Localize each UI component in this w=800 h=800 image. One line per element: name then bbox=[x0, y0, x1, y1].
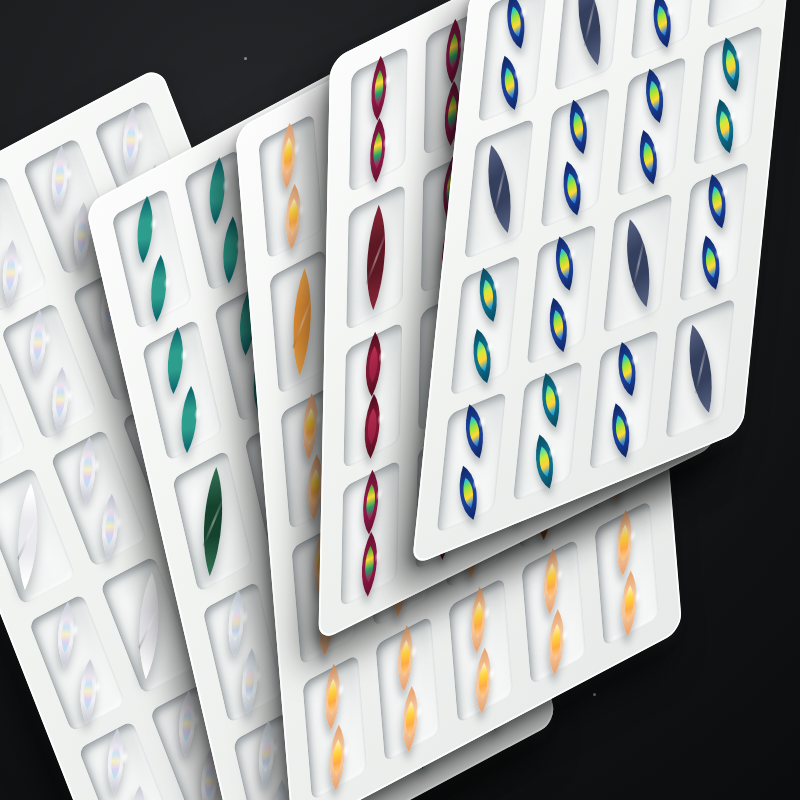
rhinestone-white-opal-ab bbox=[17, 310, 58, 376]
matte-back-ridge bbox=[366, 231, 386, 284]
specular-glint bbox=[482, 602, 493, 622]
specular-glint bbox=[0, 423, 4, 443]
specular-glint bbox=[336, 679, 347, 699]
rhinestone-blue-ab bbox=[687, 223, 734, 303]
tray-slot bbox=[258, 113, 323, 260]
specular-glint bbox=[292, 138, 303, 158]
matte-back-ridge bbox=[292, 296, 312, 348]
tray-slot bbox=[343, 321, 402, 469]
tray-slot bbox=[341, 459, 400, 607]
tray-slot bbox=[594, 500, 659, 647]
specular-glint bbox=[162, 272, 173, 292]
specular-glint bbox=[297, 199, 308, 219]
rhinestone-peach-opal-ab bbox=[391, 680, 430, 759]
specular-glint bbox=[373, 546, 384, 566]
tray-slot bbox=[202, 581, 283, 724]
specular-glint bbox=[560, 624, 571, 644]
specular-glint bbox=[149, 213, 160, 233]
tray-slot bbox=[464, 118, 534, 260]
tray-slot bbox=[617, 55, 687, 197]
matte-back-ridge bbox=[694, 344, 706, 393]
stone-body bbox=[281, 268, 323, 376]
specular-glint bbox=[193, 403, 204, 423]
stone-body bbox=[127, 572, 171, 679]
specular-glint bbox=[91, 455, 102, 475]
rhinestone-blue-ab bbox=[597, 391, 644, 471]
rhinestone-peach-opal-ab bbox=[537, 602, 576, 681]
rhinestone-white-opal-ab bbox=[68, 658, 109, 724]
rhinestone-white-opal-ab bbox=[40, 367, 81, 433]
rhinestone-white-opal-ab bbox=[45, 601, 86, 667]
matte-back-ridge bbox=[17, 513, 38, 559]
rhinestone-teal-green-ab bbox=[701, 86, 748, 166]
rhinestone-blue-ab bbox=[535, 285, 582, 365]
stone-body bbox=[679, 325, 722, 413]
rhinestone-green-vitrail-ab bbox=[169, 383, 209, 456]
rhinestone-montana-navy-matte-back bbox=[607, 204, 668, 323]
stone-body bbox=[568, 0, 611, 65]
tray-slot bbox=[554, 0, 624, 92]
rhinestone-montana-navy-matte-back bbox=[670, 309, 731, 428]
rhinestone-peach-opal-ab bbox=[318, 718, 357, 797]
tray-slot bbox=[437, 391, 507, 533]
tray-slot bbox=[603, 192, 673, 334]
tray-slot bbox=[450, 254, 520, 396]
specular-glint bbox=[70, 620, 81, 640]
rhinestone-blue-ab bbox=[639, 0, 686, 60]
stone-body bbox=[354, 204, 396, 310]
specular-glint bbox=[382, 70, 393, 90]
rhinestone-white-opal-ab bbox=[117, 785, 158, 800]
rhinestone-peach-opal-ab bbox=[464, 641, 503, 720]
specular-glint bbox=[409, 641, 420, 661]
rhinestone-montana-navy-matte-back bbox=[559, 0, 620, 80]
specular-glint bbox=[253, 665, 264, 685]
specular-glint bbox=[376, 408, 387, 428]
dust-speck bbox=[593, 693, 596, 696]
matte-back-ridge bbox=[138, 603, 159, 649]
specular-glint bbox=[92, 677, 103, 697]
specular-glint bbox=[240, 607, 251, 627]
specular-glint bbox=[487, 663, 498, 683]
tray-slot bbox=[375, 616, 440, 763]
tray-slot bbox=[540, 87, 610, 229]
matte-back-ridge bbox=[583, 0, 595, 46]
stone-body bbox=[477, 145, 520, 233]
rhinestone-white-opal-ab bbox=[67, 437, 108, 503]
rhinestone-emerald-matte-back bbox=[188, 463, 238, 579]
rhinestone-peach-opal-ab bbox=[274, 177, 313, 256]
tray-slot bbox=[302, 654, 367, 800]
specular-glint bbox=[270, 738, 281, 758]
tray-slot bbox=[349, 45, 408, 193]
specular-glint bbox=[14, 258, 25, 278]
rhinestone-white-opal-ab bbox=[89, 494, 130, 560]
tray-slot bbox=[589, 329, 659, 471]
matte-back-ridge bbox=[632, 239, 644, 288]
specular-glint bbox=[633, 586, 644, 606]
tray-slot bbox=[111, 187, 192, 330]
matte-back-ridge bbox=[202, 497, 223, 547]
specular-glint bbox=[377, 346, 388, 366]
rhinestone-orange-matte-back bbox=[278, 260, 325, 384]
tray-blue-ab-navy bbox=[412, 0, 800, 566]
dust-speck bbox=[244, 57, 247, 60]
specular-glint bbox=[135, 126, 146, 146]
rhinestone-white-opal-ab bbox=[110, 107, 151, 173]
specular-glint bbox=[114, 512, 125, 532]
rhinestone-white-opal-ab bbox=[0, 404, 10, 470]
stone-body bbox=[119, 785, 156, 800]
tray-slot bbox=[693, 24, 763, 166]
tray-slot bbox=[679, 161, 749, 303]
specular-glint bbox=[381, 132, 392, 152]
specular-glint bbox=[63, 163, 74, 183]
tray-slot bbox=[172, 450, 253, 593]
photo-rhinestone-trays bbox=[0, 0, 800, 800]
specular-glint bbox=[64, 385, 75, 405]
specular-glint bbox=[179, 344, 190, 364]
stone-body bbox=[0, 404, 8, 470]
tray-slot bbox=[448, 577, 513, 724]
rhinestone-crystal-ab bbox=[230, 645, 270, 718]
specular-glint bbox=[0, 201, 3, 221]
stone-body bbox=[191, 467, 233, 576]
tray-slot bbox=[513, 360, 583, 502]
tray-slot bbox=[478, 0, 548, 123]
matte-back-ridge bbox=[493, 165, 505, 214]
specular-glint bbox=[221, 175, 232, 195]
stone-body bbox=[616, 219, 659, 307]
rhinestone-white-opal-ab bbox=[0, 240, 31, 306]
rhinestone-green-vitrail-ab bbox=[139, 252, 179, 325]
tray-slot bbox=[527, 223, 597, 365]
rhinestone-chalk-white-matte-back bbox=[2, 482, 53, 589]
rhinestone-teal-green-ab bbox=[521, 422, 568, 502]
specular-glint bbox=[119, 747, 130, 767]
specular-glint bbox=[341, 740, 352, 760]
tray-slot bbox=[665, 297, 735, 439]
rhinestone-teal-green-ab bbox=[458, 316, 505, 396]
rhinestone-white-opal-ab bbox=[95, 728, 136, 794]
specular-glint bbox=[42, 328, 53, 348]
specular-glint bbox=[628, 525, 639, 545]
stone-body bbox=[0, 183, 7, 249]
rhinestone-blue-ab bbox=[445, 453, 492, 533]
specular-glint bbox=[414, 701, 425, 721]
rhinestone-white-opal-ab bbox=[0, 183, 9, 249]
stone-body bbox=[6, 482, 50, 589]
rhinestone-blue-ab bbox=[486, 43, 533, 123]
rhinestone-montana-navy-matte-back bbox=[469, 130, 530, 249]
tray-slot bbox=[142, 318, 223, 461]
rhinestone-blue-ab bbox=[625, 117, 672, 197]
rhinestone-peach-opal-ab bbox=[610, 564, 649, 643]
rhinestone-maroon-matte-back bbox=[351, 195, 400, 320]
rhinestone-chalk-white-matte-back bbox=[123, 571, 174, 678]
specular-glint bbox=[555, 564, 566, 584]
specular-glint bbox=[191, 709, 202, 729]
rhinestone-blue-ab bbox=[549, 149, 596, 229]
specular-glint bbox=[374, 484, 385, 504]
tray-slot bbox=[521, 538, 586, 685]
tray-slot bbox=[630, 0, 700, 61]
tray-slot bbox=[346, 183, 405, 331]
rhinestone-white-opal-ab bbox=[39, 145, 80, 211]
